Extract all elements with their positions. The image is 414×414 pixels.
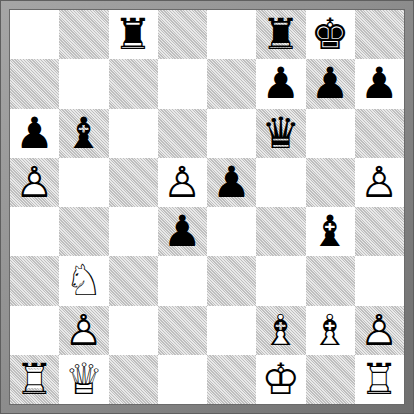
white-bishop: ♗	[256, 306, 305, 355]
square-c6[interactable]	[109, 109, 158, 158]
white-king: ♔	[256, 355, 305, 404]
square-g5[interactable]	[306, 158, 355, 207]
black-pawn: ♟	[207, 158, 256, 207]
chess-board: ♜♜♚♟♟♟♟♝♛♟♙♟♙♟♟♙♟♝♞♘♟♙♝♗♝♗♟♙♜♖♛♕♚♔♜♖	[10, 10, 404, 404]
square-a4[interactable]	[10, 207, 59, 256]
square-g4[interactable]: ♝	[306, 207, 355, 256]
square-h4[interactable]	[355, 207, 404, 256]
square-a8[interactable]	[10, 10, 59, 59]
square-a3[interactable]	[10, 256, 59, 305]
square-c4[interactable]	[109, 207, 158, 256]
black-bishop: ♝	[306, 207, 355, 256]
square-e5[interactable]: ♟	[207, 158, 256, 207]
white-rook: ♖	[355, 355, 404, 404]
square-f1[interactable]: ♚♔	[256, 355, 305, 404]
square-h7[interactable]: ♟	[355, 59, 404, 108]
square-f3[interactable]	[256, 256, 305, 305]
white-pawn-fill: ♟	[59, 306, 108, 355]
white-rook-fill: ♜	[355, 355, 404, 404]
square-a1[interactable]: ♜♖	[10, 355, 59, 404]
square-f8[interactable]: ♜	[256, 10, 305, 59]
square-h3[interactable]	[355, 256, 404, 305]
white-bishop: ♗	[306, 306, 355, 355]
white-pawn-fill: ♟	[158, 158, 207, 207]
white-knight-fill: ♞	[59, 256, 108, 305]
square-e4[interactable]	[207, 207, 256, 256]
square-d3[interactable]	[158, 256, 207, 305]
square-a2[interactable]	[10, 306, 59, 355]
square-c2[interactable]	[109, 306, 158, 355]
white-pawn: ♙	[158, 158, 207, 207]
white-queen: ♕	[59, 355, 108, 404]
black-rook: ♜	[256, 10, 305, 59]
white-queen-fill: ♛	[59, 355, 108, 404]
square-f4[interactable]	[256, 207, 305, 256]
square-a7[interactable]	[10, 59, 59, 108]
square-d4[interactable]: ♟	[158, 207, 207, 256]
square-g1[interactable]	[306, 355, 355, 404]
square-h8[interactable]	[355, 10, 404, 59]
square-b6[interactable]: ♝	[59, 109, 108, 158]
square-d5[interactable]: ♟♙	[158, 158, 207, 207]
square-c3[interactable]	[109, 256, 158, 305]
square-g3[interactable]	[306, 256, 355, 305]
square-f5[interactable]	[256, 158, 305, 207]
square-b2[interactable]: ♟♙	[59, 306, 108, 355]
square-h6[interactable]	[355, 109, 404, 158]
black-king: ♚	[306, 10, 355, 59]
square-e3[interactable]	[207, 256, 256, 305]
square-h5[interactable]: ♟♙	[355, 158, 404, 207]
square-b7[interactable]	[59, 59, 108, 108]
square-d6[interactable]	[158, 109, 207, 158]
square-d8[interactable]	[158, 10, 207, 59]
black-pawn: ♟	[158, 207, 207, 256]
white-king-fill: ♚	[256, 355, 305, 404]
square-f6[interactable]: ♛	[256, 109, 305, 158]
square-b5[interactable]	[59, 158, 108, 207]
square-h2[interactable]: ♟♙	[355, 306, 404, 355]
black-pawn: ♟	[306, 59, 355, 108]
square-e2[interactable]	[207, 306, 256, 355]
white-bishop-fill: ♝	[306, 306, 355, 355]
square-b4[interactable]	[59, 207, 108, 256]
black-pawn: ♟	[256, 59, 305, 108]
white-pawn: ♙	[10, 158, 59, 207]
white-pawn-fill: ♟	[10, 158, 59, 207]
square-c1[interactable]	[109, 355, 158, 404]
square-e8[interactable]	[207, 10, 256, 59]
black-bishop: ♝	[59, 109, 108, 158]
square-g6[interactable]	[306, 109, 355, 158]
white-rook-fill: ♜	[10, 355, 59, 404]
white-rook: ♖	[10, 355, 59, 404]
white-bishop-fill: ♝	[256, 306, 305, 355]
square-d7[interactable]	[158, 59, 207, 108]
white-pawn-fill: ♟	[355, 158, 404, 207]
square-e7[interactable]	[207, 59, 256, 108]
square-b8[interactable]	[59, 10, 108, 59]
square-c5[interactable]	[109, 158, 158, 207]
square-d1[interactable]	[158, 355, 207, 404]
square-g8[interactable]: ♚	[306, 10, 355, 59]
square-e6[interactable]	[207, 109, 256, 158]
square-h1[interactable]: ♜♖	[355, 355, 404, 404]
white-pawn: ♙	[355, 158, 404, 207]
white-pawn-fill: ♟	[355, 306, 404, 355]
square-f2[interactable]: ♝♗	[256, 306, 305, 355]
square-g2[interactable]: ♝♗	[306, 306, 355, 355]
white-pawn: ♙	[355, 306, 404, 355]
white-pawn: ♙	[59, 306, 108, 355]
square-b3[interactable]: ♞♘	[59, 256, 108, 305]
white-knight: ♘	[59, 256, 108, 305]
square-f7[interactable]: ♟	[256, 59, 305, 108]
square-c7[interactable]	[109, 59, 158, 108]
square-g7[interactable]: ♟	[306, 59, 355, 108]
square-e1[interactable]	[207, 355, 256, 404]
black-pawn: ♟	[355, 59, 404, 108]
square-c8[interactable]: ♜	[109, 10, 158, 59]
square-b1[interactable]: ♛♕	[59, 355, 108, 404]
black-pawn: ♟	[10, 109, 59, 158]
black-queen: ♛	[256, 109, 305, 158]
board-frame: ♜♜♚♟♟♟♟♝♛♟♙♟♙♟♟♙♟♝♞♘♟♙♝♗♝♗♟♙♜♖♛♕♚♔♜♖	[0, 0, 414, 414]
black-rook: ♜	[109, 10, 158, 59]
square-d2[interactable]	[158, 306, 207, 355]
square-a5[interactable]: ♟♙	[10, 158, 59, 207]
square-a6[interactable]: ♟	[10, 109, 59, 158]
